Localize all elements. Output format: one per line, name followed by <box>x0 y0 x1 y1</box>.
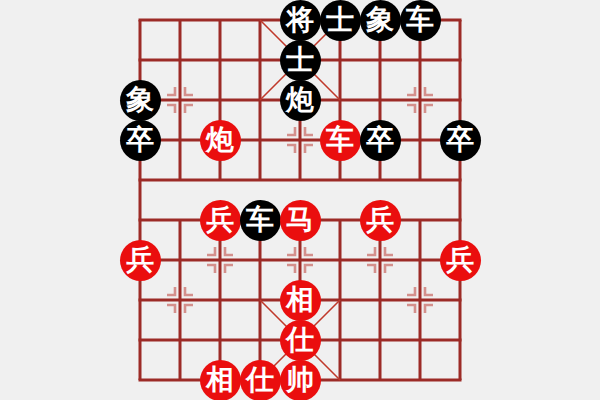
piece-label: 象 <box>126 86 154 114</box>
piece-label: 兵 <box>446 246 474 274</box>
piece-label: 卒 <box>366 126 394 154</box>
piece-label: 车 <box>406 6 434 34</box>
piece-red-soldier[interactable]: 兵 <box>360 200 401 241</box>
piece-black-cannon[interactable]: 炮 <box>280 80 321 121</box>
piece-label: 兵 <box>206 206 234 234</box>
piece-black-general[interactable]: 将 <box>280 0 321 41</box>
piece-label: 仕 <box>246 366 274 394</box>
piece-red-elephant[interactable]: 相 <box>280 280 321 321</box>
piece-black-chariot[interactable]: 车 <box>240 200 281 241</box>
piece-label: 兵 <box>366 206 394 234</box>
piece-label: 马 <box>286 206 314 234</box>
piece-label: 士 <box>326 6 354 34</box>
piece-label: 车 <box>326 126 354 154</box>
piece-label: 仕 <box>286 326 314 354</box>
piece-red-soldier[interactable]: 兵 <box>200 200 241 241</box>
piece-label: 相 <box>206 366 234 394</box>
piece-label: 卒 <box>446 126 474 154</box>
piece-label: 车 <box>246 206 274 234</box>
piece-red-advisor[interactable]: 仕 <box>280 320 321 361</box>
piece-black-soldier[interactable]: 卒 <box>360 120 401 161</box>
piece-red-advisor[interactable]: 仕 <box>240 360 281 400</box>
piece-black-advisor[interactable]: 士 <box>280 40 321 81</box>
piece-label: 兵 <box>126 246 154 274</box>
piece-label: 炮 <box>206 126 234 154</box>
piece-black-soldier[interactable]: 卒 <box>120 120 161 161</box>
piece-black-elephant[interactable]: 象 <box>120 80 161 121</box>
piece-black-chariot[interactable]: 车 <box>400 0 441 41</box>
piece-red-soldier[interactable]: 兵 <box>440 240 481 281</box>
piece-red-soldier[interactable]: 兵 <box>120 240 161 281</box>
piece-red-elephant[interactable]: 相 <box>200 360 241 400</box>
piece-label: 炮 <box>286 86 314 114</box>
piece-red-general[interactable]: 帅 <box>280 360 321 400</box>
piece-label: 将 <box>286 6 314 34</box>
piece-label: 象 <box>366 6 394 34</box>
piece-black-soldier[interactable]: 卒 <box>440 120 481 161</box>
piece-red-horse[interactable]: 马 <box>280 200 321 241</box>
piece-label: 士 <box>286 46 314 74</box>
piece-red-cannon[interactable]: 炮 <box>200 120 241 161</box>
xiangqi-board: 将士象车士象炮卒炮车卒卒兵车马兵兵兵相仕相仕帅 <box>0 0 600 400</box>
piece-label: 卒 <box>126 126 154 154</box>
piece-label: 帅 <box>286 366 314 394</box>
piece-label: 相 <box>286 286 314 314</box>
piece-black-advisor[interactable]: 士 <box>320 0 361 41</box>
piece-black-elephant[interactable]: 象 <box>360 0 401 41</box>
piece-red-chariot[interactable]: 车 <box>320 120 361 161</box>
